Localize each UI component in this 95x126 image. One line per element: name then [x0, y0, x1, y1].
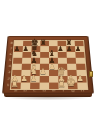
- rank-label-6: 6: [8, 52, 13, 56]
- file-label-h: h: [77, 88, 87, 93]
- chess-set-product-photo: abcdefgh87654321 ♚♜♜♟♟♛♟♟♟♞♝♟♟♝♟♞♟♛♟♟♟♟♟…: [0, 0, 95, 126]
- rank-label-7: 7: [8, 47, 13, 51]
- rank-label-3: 3: [6, 70, 11, 74]
- rank-label-4: 4: [7, 64, 12, 68]
- file-label-d: d: [39, 88, 49, 93]
- rank-label-1: 1: [5, 83, 11, 87]
- file-label-c: c: [29, 88, 39, 93]
- file-label-g: g: [68, 88, 78, 93]
- rank-label-5: 5: [7, 58, 12, 62]
- file-label-a: a: [10, 88, 20, 93]
- board-squares-grid: [10, 41, 86, 89]
- rank-label-2: 2: [5, 76, 11, 80]
- brass-clasp-icon: [89, 71, 94, 77]
- file-label-b: b: [20, 88, 30, 93]
- rank-label-8: 8: [9, 41, 14, 45]
- file-label-f: f: [58, 88, 68, 93]
- chess-board: abcdefgh87654321: [2, 36, 94, 94]
- file-label-e: e: [49, 88, 59, 93]
